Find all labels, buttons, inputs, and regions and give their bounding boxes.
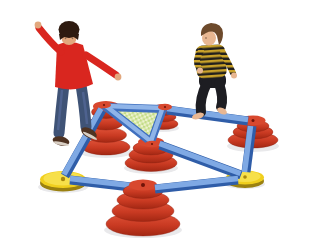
- child-right-hand-down: [231, 73, 237, 79]
- child-right-head: [201, 23, 223, 46]
- child-left-arm-raised: [39, 28, 61, 52]
- beam-north-to-east: [167, 109, 248, 122]
- beam-south-to-right: [155, 179, 238, 190]
- child-right-legs: [199, 73, 226, 112]
- child-left-head: [59, 21, 80, 45]
- child-left-arm-side: [86, 55, 116, 75]
- child-left-hand-raised: [35, 22, 42, 29]
- photo-stage: [0, 0, 320, 240]
- child-right-hand-front: [197, 68, 203, 74]
- child-left-hand-side: [115, 74, 122, 81]
- scene-svg: [0, 0, 320, 240]
- child-right: [191, 23, 237, 121]
- child-left-legs: [58, 84, 87, 133]
